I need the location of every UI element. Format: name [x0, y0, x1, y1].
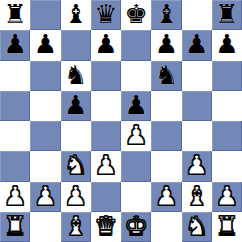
square-h8[interactable]: ♜ [212, 0, 242, 30]
square-e2[interactable] [121, 182, 151, 212]
square-d4[interactable] [91, 121, 121, 151]
square-e1[interactable]: ♚ [121, 212, 151, 242]
square-f7[interactable]: ♟ [151, 30, 181, 60]
piece-black-rook: ♜ [215, 1, 238, 27]
square-e7[interactable] [121, 30, 151, 60]
square-e5[interactable]: ♟ [121, 91, 151, 121]
piece-white-rook: ♜ [215, 213, 238, 239]
square-c7[interactable] [61, 30, 91, 60]
piece-black-pawn: ♟ [94, 31, 117, 57]
piece-white-pawn: ♟ [185, 152, 208, 178]
piece-white-king: ♚ [124, 213, 147, 239]
square-h1[interactable]: ♜ [212, 212, 242, 242]
square-g4[interactable] [182, 121, 212, 151]
square-c5[interactable]: ♟ [61, 91, 91, 121]
square-b8[interactable] [30, 0, 60, 30]
square-d6[interactable] [91, 61, 121, 91]
square-a2[interactable]: ♟ [0, 182, 30, 212]
square-b5[interactable] [30, 91, 60, 121]
square-d5[interactable] [91, 91, 121, 121]
square-f1[interactable] [151, 212, 181, 242]
square-a4[interactable] [0, 121, 30, 151]
square-b6[interactable] [30, 61, 60, 91]
piece-black-pawn: ♟ [34, 31, 57, 57]
square-g2[interactable]: ♝ [182, 182, 212, 212]
square-a6[interactable] [0, 61, 30, 91]
piece-white-pawn: ♟ [215, 183, 238, 209]
square-h6[interactable] [212, 61, 242, 91]
square-f4[interactable] [151, 121, 181, 151]
piece-white-pawn: ♟ [34, 183, 57, 209]
square-c8[interactable]: ♝ [61, 0, 91, 30]
square-c1[interactable]: ♝ [61, 212, 91, 242]
square-b4[interactable] [30, 121, 60, 151]
square-b2[interactable]: ♟ [30, 182, 60, 212]
square-f5[interactable] [151, 91, 181, 121]
square-h4[interactable] [212, 121, 242, 151]
square-h7[interactable]: ♟ [212, 30, 242, 60]
square-f8[interactable]: ♝ [151, 0, 181, 30]
square-f6[interactable]: ♞ [151, 61, 181, 91]
square-d2[interactable] [91, 182, 121, 212]
piece-white-rook: ♜ [3, 213, 26, 239]
square-f2[interactable]: ♟ [151, 182, 181, 212]
square-b1[interactable] [30, 212, 60, 242]
piece-white-knight: ♞ [64, 152, 87, 178]
piece-black-knight: ♞ [64, 62, 87, 88]
square-d8[interactable]: ♛ [91, 0, 121, 30]
piece-white-bishop: ♝ [185, 183, 208, 209]
square-c4[interactable] [61, 121, 91, 151]
square-g6[interactable] [182, 61, 212, 91]
square-c2[interactable]: ♟ [61, 182, 91, 212]
square-d1[interactable]: ♛ [91, 212, 121, 242]
square-b7[interactable]: ♟ [30, 30, 60, 60]
piece-white-pawn: ♟ [155, 183, 178, 209]
square-d3[interactable]: ♟ [91, 151, 121, 181]
piece-white-pawn: ♟ [94, 152, 117, 178]
square-a3[interactable] [0, 151, 30, 181]
square-h3[interactable] [212, 151, 242, 181]
piece-white-knight: ♞ [185, 213, 208, 239]
square-a5[interactable] [0, 91, 30, 121]
piece-white-queen: ♛ [94, 213, 117, 239]
piece-white-pawn: ♟ [3, 183, 26, 209]
piece-black-rook: ♜ [3, 1, 26, 27]
piece-black-pawn: ♟ [124, 92, 147, 118]
chess-board: ♜♝♛♚♝♜♟♟♟♟♟♟♞♞♟♟♟♞♟♟♟♟♟♟♝♟♜♝♛♚♞♜ [0, 0, 242, 242]
square-g8[interactable] [182, 0, 212, 30]
square-g5[interactable] [182, 91, 212, 121]
piece-black-pawn: ♟ [64, 92, 87, 118]
piece-white-pawn: ♟ [124, 122, 147, 148]
square-d7[interactable]: ♟ [91, 30, 121, 60]
piece-black-pawn: ♟ [3, 31, 26, 57]
piece-black-bishop: ♝ [64, 1, 87, 27]
piece-black-queen: ♛ [94, 1, 117, 27]
square-g1[interactable]: ♞ [182, 212, 212, 242]
square-h5[interactable] [212, 91, 242, 121]
square-e8[interactable]: ♚ [121, 0, 151, 30]
square-g3[interactable]: ♟ [182, 151, 212, 181]
square-a1[interactable]: ♜ [0, 212, 30, 242]
piece-white-pawn: ♟ [64, 183, 87, 209]
square-e6[interactable] [121, 61, 151, 91]
square-c3[interactable]: ♞ [61, 151, 91, 181]
piece-white-bishop: ♝ [64, 213, 87, 239]
square-e4[interactable]: ♟ [121, 121, 151, 151]
square-h2[interactable]: ♟ [212, 182, 242, 212]
piece-black-pawn: ♟ [155, 31, 178, 57]
piece-black-bishop: ♝ [155, 1, 178, 27]
square-c6[interactable]: ♞ [61, 61, 91, 91]
piece-black-king: ♚ [124, 1, 147, 27]
piece-black-pawn: ♟ [185, 31, 208, 57]
square-b3[interactable] [30, 151, 60, 181]
square-g7[interactable]: ♟ [182, 30, 212, 60]
piece-black-knight: ♞ [155, 62, 178, 88]
square-a8[interactable]: ♜ [0, 0, 30, 30]
square-a7[interactable]: ♟ [0, 30, 30, 60]
square-e3[interactable] [121, 151, 151, 181]
square-f3[interactable] [151, 151, 181, 181]
piece-black-pawn: ♟ [215, 31, 238, 57]
